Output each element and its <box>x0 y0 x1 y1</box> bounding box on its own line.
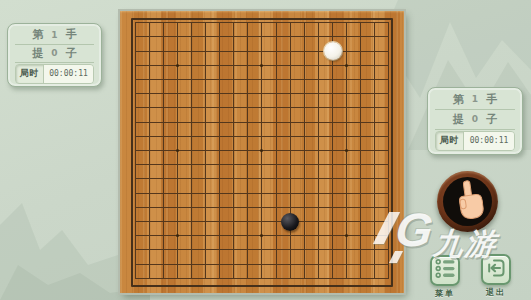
board-point[interactable] <box>170 58 184 72</box>
board-point[interactable] <box>340 200 354 214</box>
board-point[interactable] <box>283 158 297 172</box>
board-point[interactable] <box>368 271 382 285</box>
board-point[interactable] <box>213 115 227 129</box>
board-point[interactable] <box>382 115 396 129</box>
board-point[interactable] <box>269 72 283 86</box>
board-point[interactable] <box>354 143 368 157</box>
board-point[interactable] <box>354 16 368 30</box>
board-point[interactable] <box>340 271 354 285</box>
board-point[interactable] <box>170 186 184 200</box>
board-point[interactable] <box>311 172 325 186</box>
board-point[interactable] <box>199 101 213 115</box>
board-point[interactable] <box>269 129 283 143</box>
board-point[interactable] <box>227 30 241 44</box>
board-point[interactable] <box>128 271 142 285</box>
board-point[interactable] <box>325 172 339 186</box>
board-point[interactable] <box>156 115 170 129</box>
board-point[interactable] <box>156 30 170 44</box>
board-point[interactable] <box>311 143 325 157</box>
board-point[interactable] <box>325 44 339 58</box>
board-point[interactable] <box>325 158 339 172</box>
board-point[interactable] <box>199 115 213 129</box>
board-point[interactable] <box>340 172 354 186</box>
board-point[interactable] <box>382 257 396 271</box>
board-point[interactable] <box>142 243 156 257</box>
board-point[interactable] <box>255 243 269 257</box>
board-point[interactable] <box>283 87 297 101</box>
board-point[interactable] <box>170 172 184 186</box>
board-point[interactable] <box>213 87 227 101</box>
board-point[interactable] <box>213 172 227 186</box>
board-point[interactable] <box>340 115 354 129</box>
board-point[interactable] <box>142 30 156 44</box>
board-point[interactable] <box>213 186 227 200</box>
board-point[interactable] <box>142 172 156 186</box>
board-point[interactable] <box>199 16 213 30</box>
board-point[interactable] <box>156 16 170 30</box>
board-point[interactable] <box>227 143 241 157</box>
board-point[interactable] <box>368 158 382 172</box>
board-point[interactable] <box>382 87 396 101</box>
board-point[interactable] <box>199 243 213 257</box>
board-point[interactable] <box>382 271 396 285</box>
board-point[interactable] <box>382 158 396 172</box>
board-point[interactable] <box>128 229 142 243</box>
board-point[interactable] <box>297 243 311 257</box>
board-point[interactable] <box>199 200 213 214</box>
board-point[interactable] <box>156 44 170 58</box>
board-point[interactable] <box>325 101 339 115</box>
board-point[interactable] <box>311 257 325 271</box>
board-point[interactable] <box>199 129 213 143</box>
board-point[interactable] <box>184 30 198 44</box>
board-point[interactable] <box>311 158 325 172</box>
board-point[interactable] <box>156 257 170 271</box>
board-point[interactable] <box>241 271 255 285</box>
board-point[interactable] <box>241 158 255 172</box>
board-point[interactable] <box>170 243 184 257</box>
board-point[interactable] <box>297 115 311 129</box>
board-point[interactable] <box>368 72 382 86</box>
board-point[interactable] <box>241 87 255 101</box>
board-point[interactable] <box>311 129 325 143</box>
board-point[interactable] <box>354 44 368 58</box>
exit-button-box[interactable] <box>481 254 511 285</box>
board-point[interactable] <box>382 229 396 243</box>
board-point[interactable] <box>241 115 255 129</box>
board-point[interactable] <box>128 72 142 86</box>
board-point[interactable] <box>354 243 368 257</box>
board-point[interactable] <box>156 186 170 200</box>
board-point[interactable] <box>227 129 241 143</box>
board-point[interactable] <box>128 200 142 214</box>
board-point[interactable] <box>184 143 198 157</box>
board-point[interactable] <box>340 257 354 271</box>
board-point[interactable] <box>184 243 198 257</box>
board-point[interactable] <box>354 200 368 214</box>
board-point[interactable] <box>283 214 297 228</box>
menu-button-label[interactable]: 菜单 <box>435 288 455 299</box>
board-point[interactable] <box>227 72 241 86</box>
board-point[interactable] <box>170 87 184 101</box>
board-point[interactable] <box>283 101 297 115</box>
board-point[interactable] <box>283 243 297 257</box>
board-point[interactable] <box>269 257 283 271</box>
board-point[interactable] <box>269 16 283 30</box>
board-point[interactable] <box>156 143 170 157</box>
board-point[interactable] <box>269 271 283 285</box>
black-stone-bowl[interactable] <box>437 171 498 232</box>
board-point[interactable] <box>269 58 283 72</box>
board-point[interactable] <box>368 200 382 214</box>
board-point[interactable] <box>382 129 396 143</box>
board-point[interactable] <box>311 271 325 285</box>
board-point[interactable] <box>184 200 198 214</box>
board-point[interactable] <box>297 129 311 143</box>
board-point[interactable] <box>213 257 227 271</box>
board-point[interactable] <box>297 30 311 44</box>
board-point[interactable] <box>213 72 227 86</box>
board-point[interactable] <box>269 101 283 115</box>
board-point[interactable] <box>241 129 255 143</box>
board-point[interactable] <box>382 44 396 58</box>
board-point[interactable] <box>213 129 227 143</box>
board-point[interactable] <box>255 172 269 186</box>
board-point[interactable] <box>199 87 213 101</box>
board-point[interactable] <box>199 30 213 44</box>
board-point[interactable] <box>142 58 156 72</box>
board-point[interactable] <box>156 243 170 257</box>
board-point[interactable] <box>241 72 255 86</box>
board-point[interactable] <box>340 186 354 200</box>
board-point[interactable] <box>227 271 241 285</box>
board-point[interactable] <box>255 87 269 101</box>
board-point[interactable] <box>354 158 368 172</box>
board-point[interactable] <box>354 257 368 271</box>
exit-button[interactable]: 退出 <box>481 254 511 298</box>
board-point[interactable] <box>142 101 156 115</box>
board-point[interactable] <box>227 214 241 228</box>
board-point[interactable] <box>170 115 184 129</box>
board-point[interactable] <box>142 214 156 228</box>
board-point[interactable] <box>184 44 198 58</box>
board-point[interactable] <box>213 243 227 257</box>
board-point[interactable] <box>283 229 297 243</box>
board-point[interactable] <box>368 115 382 129</box>
board-point[interactable] <box>382 101 396 115</box>
board-point[interactable] <box>184 172 198 186</box>
board-point[interactable] <box>170 16 184 30</box>
board-point[interactable] <box>368 87 382 101</box>
board-point[interactable] <box>325 243 339 257</box>
board-point[interactable] <box>269 115 283 129</box>
board-point[interactable] <box>297 158 311 172</box>
board-point[interactable] <box>184 214 198 228</box>
board-point[interactable] <box>142 257 156 271</box>
board-point[interactable] <box>227 200 241 214</box>
board-point[interactable] <box>382 30 396 44</box>
board-point[interactable] <box>156 200 170 214</box>
board-point[interactable] <box>255 115 269 129</box>
board-point[interactable] <box>227 257 241 271</box>
board-point[interactable] <box>170 271 184 285</box>
board-point[interactable] <box>227 243 241 257</box>
board-point[interactable] <box>241 229 255 243</box>
board-point[interactable] <box>354 87 368 101</box>
board-point[interactable] <box>311 72 325 86</box>
board-point[interactable] <box>213 44 227 58</box>
board-point[interactable] <box>297 214 311 228</box>
board-point[interactable] <box>184 158 198 172</box>
black-stone[interactable] <box>281 213 299 231</box>
board-point[interactable] <box>199 72 213 86</box>
board-point[interactable] <box>199 158 213 172</box>
board-point[interactable] <box>241 44 255 58</box>
board-point[interactable] <box>142 200 156 214</box>
board-point[interactable] <box>184 257 198 271</box>
board-point[interactable] <box>325 129 339 143</box>
board-point[interactable] <box>227 16 241 30</box>
board-point[interactable] <box>170 229 184 243</box>
board-point[interactable] <box>170 257 184 271</box>
board-point[interactable] <box>255 44 269 58</box>
board-point[interactable] <box>340 30 354 44</box>
board-point[interactable] <box>368 186 382 200</box>
board-point[interactable] <box>311 101 325 115</box>
board-point[interactable] <box>325 200 339 214</box>
board-point[interactable] <box>213 200 227 214</box>
board-point[interactable] <box>255 143 269 157</box>
board-point[interactable] <box>255 158 269 172</box>
board-point[interactable] <box>170 30 184 44</box>
board-point[interactable] <box>184 229 198 243</box>
board-point[interactable] <box>199 257 213 271</box>
board-point[interactable] <box>128 16 142 30</box>
board-point[interactable] <box>340 143 354 157</box>
board-point[interactable] <box>156 229 170 243</box>
board-point[interactable] <box>156 158 170 172</box>
board-point[interactable] <box>354 30 368 44</box>
board-point[interactable] <box>142 115 156 129</box>
board-point[interactable] <box>255 16 269 30</box>
board-point[interactable] <box>311 243 325 257</box>
board-point[interactable] <box>142 72 156 86</box>
board-point[interactable] <box>199 143 213 157</box>
board-point[interactable] <box>269 158 283 172</box>
board-point[interactable] <box>297 257 311 271</box>
board-point[interactable] <box>325 186 339 200</box>
board-point[interactable] <box>199 44 213 58</box>
board-point[interactable] <box>340 129 354 143</box>
board-point[interactable] <box>269 172 283 186</box>
board-point[interactable] <box>269 186 283 200</box>
board-point[interactable] <box>241 186 255 200</box>
board-point[interactable] <box>170 214 184 228</box>
board-point[interactable] <box>255 72 269 86</box>
board-point[interactable] <box>311 87 325 101</box>
board-point[interactable] <box>156 271 170 285</box>
board-point[interactable] <box>156 58 170 72</box>
board-point[interactable] <box>227 186 241 200</box>
board-point[interactable] <box>311 229 325 243</box>
board-point[interactable] <box>128 257 142 271</box>
board-point[interactable] <box>283 72 297 86</box>
board-point[interactable] <box>184 58 198 72</box>
board-point[interactable] <box>227 115 241 129</box>
board-point[interactable] <box>269 200 283 214</box>
board-point[interactable] <box>213 271 227 285</box>
board-point[interactable] <box>283 16 297 30</box>
board-point[interactable] <box>382 143 396 157</box>
board-point[interactable] <box>128 58 142 72</box>
board-point[interactable] <box>325 214 339 228</box>
board-point[interactable] <box>128 158 142 172</box>
board-point[interactable] <box>170 158 184 172</box>
board-point[interactable] <box>297 16 311 30</box>
board-point[interactable] <box>142 143 156 157</box>
board-point[interactable] <box>325 87 339 101</box>
board-point[interactable] <box>128 186 142 200</box>
board-point[interactable] <box>128 30 142 44</box>
board-point[interactable] <box>297 186 311 200</box>
board-point[interactable] <box>354 186 368 200</box>
board-point[interactable] <box>170 101 184 115</box>
board-point[interactable] <box>340 72 354 86</box>
board-point[interactable] <box>128 172 142 186</box>
board-point[interactable] <box>142 16 156 30</box>
board-point[interactable] <box>213 101 227 115</box>
board-point[interactable] <box>213 143 227 157</box>
board-point[interactable] <box>269 243 283 257</box>
board-point[interactable] <box>156 214 170 228</box>
board-point[interactable] <box>227 172 241 186</box>
board-point[interactable] <box>199 186 213 200</box>
board-point[interactable] <box>325 143 339 157</box>
board-point[interactable] <box>368 243 382 257</box>
board-point[interactable] <box>368 30 382 44</box>
board-point[interactable] <box>368 16 382 30</box>
board-point[interactable] <box>199 271 213 285</box>
board-point[interactable] <box>382 16 396 30</box>
board-point[interactable] <box>297 200 311 214</box>
board-point[interactable] <box>311 186 325 200</box>
board-point[interactable] <box>128 129 142 143</box>
board-point[interactable] <box>128 101 142 115</box>
board-point[interactable] <box>241 101 255 115</box>
board-point[interactable] <box>184 129 198 143</box>
board-point[interactable] <box>340 44 354 58</box>
board-point[interactable] <box>297 143 311 157</box>
board-point[interactable] <box>184 87 198 101</box>
board-point[interactable] <box>142 44 156 58</box>
board-point[interactable] <box>227 158 241 172</box>
board-point[interactable] <box>368 229 382 243</box>
board-point[interactable] <box>354 58 368 72</box>
board-point[interactable] <box>142 87 156 101</box>
board-point[interactable] <box>297 101 311 115</box>
board-point[interactable] <box>241 16 255 30</box>
board-point[interactable] <box>368 101 382 115</box>
board-point[interactable] <box>199 214 213 228</box>
board-point[interactable] <box>283 44 297 58</box>
board-point[interactable] <box>340 101 354 115</box>
menu-button-box[interactable] <box>430 255 460 286</box>
board-point[interactable] <box>382 172 396 186</box>
board-point[interactable] <box>340 243 354 257</box>
board-point[interactable] <box>128 214 142 228</box>
board-point[interactable] <box>297 87 311 101</box>
board-point[interactable] <box>368 257 382 271</box>
board-point[interactable] <box>184 72 198 86</box>
board-point[interactable] <box>142 158 156 172</box>
board-point[interactable] <box>368 214 382 228</box>
board-point[interactable] <box>354 271 368 285</box>
board-point[interactable] <box>340 229 354 243</box>
board-point[interactable] <box>170 143 184 157</box>
board-point[interactable] <box>311 200 325 214</box>
white-stone[interactable] <box>324 42 342 60</box>
board-point[interactable] <box>368 129 382 143</box>
board-point[interactable] <box>382 243 396 257</box>
board-point[interactable] <box>156 87 170 101</box>
board-point[interactable] <box>269 30 283 44</box>
board-point[interactable] <box>325 115 339 129</box>
board-point[interactable] <box>142 229 156 243</box>
board-point[interactable] <box>241 200 255 214</box>
board-point[interactable] <box>142 186 156 200</box>
board-point[interactable] <box>340 87 354 101</box>
board-point[interactable] <box>227 101 241 115</box>
board-point[interactable] <box>241 30 255 44</box>
board-point[interactable] <box>255 58 269 72</box>
board-point[interactable] <box>241 243 255 257</box>
board-point[interactable] <box>241 58 255 72</box>
board-point[interactable] <box>128 243 142 257</box>
board-point[interactable] <box>325 257 339 271</box>
board-point[interactable] <box>184 271 198 285</box>
board-point[interactable] <box>241 214 255 228</box>
board-point[interactable] <box>241 257 255 271</box>
board-point[interactable] <box>170 72 184 86</box>
board-point[interactable] <box>340 16 354 30</box>
board-point[interactable] <box>128 115 142 129</box>
board-point[interactable] <box>354 72 368 86</box>
board-point[interactable] <box>255 257 269 271</box>
board-point[interactable] <box>156 101 170 115</box>
board-point[interactable] <box>213 30 227 44</box>
board-point[interactable] <box>227 229 241 243</box>
board-point[interactable] <box>269 44 283 58</box>
board-point[interactable] <box>283 58 297 72</box>
board-point[interactable] <box>170 44 184 58</box>
board-point[interactable] <box>199 229 213 243</box>
board-point[interactable] <box>255 229 269 243</box>
board-point[interactable] <box>311 16 325 30</box>
board-point[interactable] <box>199 172 213 186</box>
board-point[interactable] <box>283 271 297 285</box>
board-point[interactable] <box>213 58 227 72</box>
board-point[interactable] <box>297 229 311 243</box>
board-point[interactable] <box>255 200 269 214</box>
board-point[interactable] <box>354 101 368 115</box>
board-point[interactable] <box>283 257 297 271</box>
board-point[interactable] <box>354 214 368 228</box>
board-point[interactable] <box>297 72 311 86</box>
board-point[interactable] <box>255 186 269 200</box>
board-point[interactable] <box>128 44 142 58</box>
board-point[interactable] <box>227 58 241 72</box>
board-point[interactable] <box>184 186 198 200</box>
